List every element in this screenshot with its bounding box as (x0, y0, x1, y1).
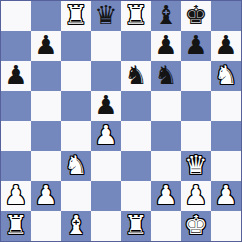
square-b5[interactable] (31, 91, 61, 121)
chess-board: ♜♛♜♝♚♟♟♟♟♟♞♞♞♟♟♞♛♟♟♟♟♟♜♝♜♚ (0, 0, 242, 242)
square-g4[interactable] (181, 121, 211, 151)
square-b1[interactable] (31, 211, 61, 241)
white-rook-icon[interactable]: ♜ (124, 2, 147, 28)
square-c1[interactable]: ♝ (61, 211, 91, 241)
square-c6[interactable] (61, 61, 91, 91)
square-c8[interactable]: ♜ (61, 1, 91, 31)
square-f1[interactable] (151, 211, 181, 241)
square-e6[interactable]: ♞ (121, 61, 151, 91)
square-c3[interactable]: ♞ (61, 151, 91, 181)
black-pawn-icon[interactable]: ♟ (154, 32, 177, 58)
square-d6[interactable] (91, 61, 121, 91)
black-pawn-icon[interactable]: ♟ (184, 32, 207, 58)
square-e1[interactable]: ♜ (121, 211, 151, 241)
black-pawn-icon[interactable]: ♟ (94, 92, 117, 118)
black-king-icon[interactable]: ♚ (184, 2, 207, 28)
square-d7[interactable] (91, 31, 121, 61)
square-e5[interactable] (121, 91, 151, 121)
black-bishop-icon[interactable]: ♝ (154, 2, 177, 28)
square-h6[interactable]: ♞ (211, 61, 241, 91)
square-e8[interactable]: ♜ (121, 1, 151, 31)
white-pawn-icon[interactable]: ♟ (34, 182, 57, 208)
square-d3[interactable] (91, 151, 121, 181)
square-h5[interactable] (211, 91, 241, 121)
white-pawn-icon[interactable]: ♟ (4, 182, 27, 208)
white-knight-icon[interactable]: ♞ (64, 152, 87, 178)
chess-board-grid: ♜♛♜♝♚♟♟♟♟♟♞♞♞♟♟♞♛♟♟♟♟♟♜♝♜♚ (1, 1, 241, 241)
black-knight-icon[interactable]: ♞ (154, 62, 177, 88)
square-b6[interactable] (31, 61, 61, 91)
white-queen-icon[interactable]: ♛ (184, 152, 207, 178)
square-a1[interactable]: ♜ (1, 211, 31, 241)
square-g2[interactable]: ♟ (181, 181, 211, 211)
square-c5[interactable] (61, 91, 91, 121)
square-f3[interactable] (151, 151, 181, 181)
square-g8[interactable]: ♚ (181, 1, 211, 31)
square-g1[interactable]: ♚ (181, 211, 211, 241)
square-f7[interactable]: ♟ (151, 31, 181, 61)
square-a6[interactable]: ♟ (1, 61, 31, 91)
square-f2[interactable]: ♟ (151, 181, 181, 211)
square-g6[interactable] (181, 61, 211, 91)
square-b8[interactable] (31, 1, 61, 31)
square-c2[interactable] (61, 181, 91, 211)
white-pawn-icon[interactable]: ♟ (94, 122, 117, 148)
square-d5[interactable]: ♟ (91, 91, 121, 121)
white-pawn-icon[interactable]: ♟ (154, 182, 177, 208)
square-f5[interactable] (151, 91, 181, 121)
square-d2[interactable] (91, 181, 121, 211)
square-h1[interactable] (211, 211, 241, 241)
square-b7[interactable]: ♟ (31, 31, 61, 61)
square-g7[interactable]: ♟ (181, 31, 211, 61)
white-king-icon[interactable]: ♚ (184, 212, 207, 238)
square-d1[interactable] (91, 211, 121, 241)
square-d4[interactable]: ♟ (91, 121, 121, 151)
square-g3[interactable]: ♛ (181, 151, 211, 181)
square-b3[interactable] (31, 151, 61, 181)
square-a5[interactable] (1, 91, 31, 121)
square-h2[interactable]: ♟ (211, 181, 241, 211)
square-b2[interactable]: ♟ (31, 181, 61, 211)
square-f4[interactable] (151, 121, 181, 151)
square-f8[interactable]: ♝ (151, 1, 181, 31)
white-pawn-icon[interactable]: ♟ (184, 182, 207, 208)
black-pawn-icon[interactable]: ♟ (4, 62, 27, 88)
square-b4[interactable] (31, 121, 61, 151)
black-pawn-icon[interactable]: ♟ (214, 32, 237, 58)
black-queen-icon[interactable]: ♛ (94, 2, 117, 28)
square-a4[interactable] (1, 121, 31, 151)
square-h8[interactable] (211, 1, 241, 31)
square-a2[interactable]: ♟ (1, 181, 31, 211)
square-e3[interactable] (121, 151, 151, 181)
square-h3[interactable] (211, 151, 241, 181)
square-d8[interactable]: ♛ (91, 1, 121, 31)
black-pawn-icon[interactable]: ♟ (34, 32, 57, 58)
square-c4[interactable] (61, 121, 91, 151)
white-pawn-icon[interactable]: ♟ (214, 182, 237, 208)
square-e2[interactable] (121, 181, 151, 211)
square-h4[interactable] (211, 121, 241, 151)
square-e4[interactable] (121, 121, 151, 151)
white-rook-icon[interactable]: ♜ (124, 212, 147, 238)
white-rook-icon[interactable]: ♜ (64, 2, 87, 28)
square-g5[interactable] (181, 91, 211, 121)
square-a8[interactable] (1, 1, 31, 31)
square-f6[interactable]: ♞ (151, 61, 181, 91)
square-e7[interactable] (121, 31, 151, 61)
square-h7[interactable]: ♟ (211, 31, 241, 61)
square-a7[interactable] (1, 31, 31, 61)
white-bishop-icon[interactable]: ♝ (64, 212, 87, 238)
square-a3[interactable] (1, 151, 31, 181)
white-rook-icon[interactable]: ♜ (4, 212, 27, 238)
black-knight-icon[interactable]: ♞ (124, 62, 147, 88)
square-c7[interactable] (61, 31, 91, 61)
white-knight-icon[interactable]: ♞ (214, 62, 237, 88)
